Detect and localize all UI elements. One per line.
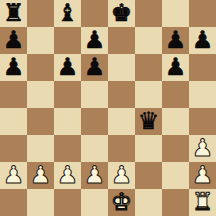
square-f3[interactable] [135,135,162,162]
square-h7[interactable]: ♟ [189,27,216,54]
square-a1[interactable] [0,189,27,216]
square-d7[interactable]: ♟ [81,27,108,54]
square-g7[interactable]: ♟ [162,27,189,54]
square-h6[interactable] [189,54,216,81]
square-b2[interactable]: ♟ [27,162,54,189]
white-pawn: ♟ [3,162,25,189]
square-b3[interactable] [27,135,54,162]
square-f6[interactable] [135,54,162,81]
square-e4[interactable] [108,108,135,135]
square-c7[interactable] [54,27,81,54]
square-h1[interactable]: ♜ [189,189,216,216]
square-c1[interactable] [54,189,81,216]
square-g1[interactable] [162,189,189,216]
square-c3[interactable] [54,135,81,162]
square-a7[interactable]: ♟ [0,27,27,54]
square-g5[interactable] [162,81,189,108]
black-queen: ♛ [138,108,160,135]
black-pawn: ♟ [84,27,106,54]
square-d3[interactable] [81,135,108,162]
black-pawn: ♟ [84,54,106,81]
square-a5[interactable] [0,81,27,108]
square-b8[interactable] [27,0,54,27]
square-e2[interactable]: ♟ [108,162,135,189]
square-a3[interactable] [0,135,27,162]
square-d5[interactable] [81,81,108,108]
square-c6[interactable]: ♟ [54,54,81,81]
square-g4[interactable] [162,108,189,135]
square-h2[interactable]: ♟ [189,162,216,189]
chess-board: ♜♝♚♟♟♟♟♟♟♟♟♛♟♟♟♟♟♟♟♚♜ [0,0,216,216]
white-pawn: ♟ [57,162,79,189]
square-d1[interactable] [81,189,108,216]
black-bishop: ♝ [57,0,79,27]
square-f2[interactable] [135,162,162,189]
square-a4[interactable] [0,108,27,135]
square-a6[interactable]: ♟ [0,54,27,81]
square-g6[interactable]: ♟ [162,54,189,81]
white-rook: ♜ [192,189,214,216]
square-h3[interactable]: ♟ [189,135,216,162]
square-b6[interactable] [27,54,54,81]
square-f8[interactable] [135,0,162,27]
white-pawn: ♟ [192,162,214,189]
white-pawn: ♟ [111,162,133,189]
square-f7[interactable] [135,27,162,54]
black-pawn: ♟ [165,27,187,54]
square-d4[interactable] [81,108,108,135]
square-g8[interactable] [162,0,189,27]
square-d2[interactable]: ♟ [81,162,108,189]
white-king: ♚ [111,189,133,216]
square-d6[interactable]: ♟ [81,54,108,81]
square-e7[interactable] [108,27,135,54]
black-pawn: ♟ [57,54,79,81]
square-c5[interactable] [54,81,81,108]
black-pawn: ♟ [3,54,25,81]
square-b4[interactable] [27,108,54,135]
white-pawn: ♟ [30,162,52,189]
square-e6[interactable] [108,54,135,81]
black-pawn: ♟ [165,54,187,81]
square-f5[interactable] [135,81,162,108]
square-c2[interactable]: ♟ [54,162,81,189]
square-d8[interactable] [81,0,108,27]
square-b5[interactable] [27,81,54,108]
square-e3[interactable] [108,135,135,162]
square-f1[interactable] [135,189,162,216]
square-a8[interactable]: ♜ [0,0,27,27]
white-pawn: ♟ [84,162,106,189]
black-rook: ♜ [3,0,25,27]
square-c8[interactable]: ♝ [54,0,81,27]
square-c4[interactable] [54,108,81,135]
square-f4[interactable]: ♛ [135,108,162,135]
square-g3[interactable] [162,135,189,162]
square-h5[interactable] [189,81,216,108]
square-h4[interactable] [189,108,216,135]
square-e1[interactable]: ♚ [108,189,135,216]
black-pawn: ♟ [192,27,214,54]
black-king: ♚ [111,0,133,27]
square-b7[interactable] [27,27,54,54]
square-e5[interactable] [108,81,135,108]
square-a2[interactable]: ♟ [0,162,27,189]
square-b1[interactable] [27,189,54,216]
square-h8[interactable] [189,0,216,27]
square-g2[interactable] [162,162,189,189]
white-pawn: ♟ [192,135,214,162]
black-pawn: ♟ [3,27,25,54]
square-e8[interactable]: ♚ [108,0,135,27]
